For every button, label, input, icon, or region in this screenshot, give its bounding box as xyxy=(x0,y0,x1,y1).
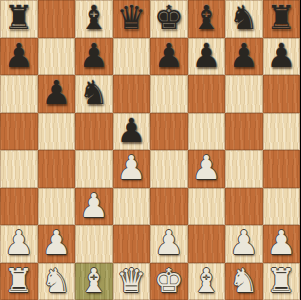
square-d7[interactable] xyxy=(113,38,151,76)
piece-white-pawn: ♟ xyxy=(116,151,146,184)
square-b6[interactable]: ♟ xyxy=(38,75,76,113)
square-f6[interactable] xyxy=(188,75,226,113)
square-c8[interactable]: ♝ xyxy=(75,0,113,38)
square-h1[interactable]: ♜ xyxy=(263,263,301,300)
square-g4[interactable] xyxy=(225,150,263,188)
square-c1[interactable]: ♝ xyxy=(75,263,113,300)
square-e4[interactable] xyxy=(150,150,188,188)
square-b8[interactable] xyxy=(38,0,76,38)
square-h6[interactable] xyxy=(263,75,301,113)
piece-white-pawn: ♟ xyxy=(229,226,259,259)
piece-black-pawn: ♟ xyxy=(116,114,146,147)
square-c7[interactable]: ♟ xyxy=(75,38,113,76)
piece-black-pawn: ♟ xyxy=(191,39,221,72)
piece-black-pawn: ♟ xyxy=(266,39,296,72)
piece-black-pawn: ♟ xyxy=(41,76,71,109)
square-h7[interactable]: ♟ xyxy=(263,38,301,76)
chess-board: ♜♝♛♚♝♞♜♟♟♟♟♟♟♟♞♟♟♟♟♟♟♟♟♟♜♞♝♛♚♝♞♜ xyxy=(0,0,300,300)
square-c3[interactable]: ♟ xyxy=(75,188,113,226)
square-e3[interactable] xyxy=(150,188,188,226)
square-b4[interactable] xyxy=(38,150,76,188)
piece-white-pawn: ♟ xyxy=(191,151,221,184)
square-d3[interactable] xyxy=(113,188,151,226)
square-h8[interactable]: ♜ xyxy=(263,0,301,38)
piece-white-bishop: ♝ xyxy=(191,264,221,297)
square-b7[interactable] xyxy=(38,38,76,76)
piece-black-pawn: ♟ xyxy=(79,39,109,72)
square-e5[interactable] xyxy=(150,113,188,151)
square-e7[interactable]: ♟ xyxy=(150,38,188,76)
square-h4[interactable] xyxy=(263,150,301,188)
piece-black-bishop: ♝ xyxy=(191,1,221,34)
square-g6[interactable] xyxy=(225,75,263,113)
square-c6[interactable]: ♞ xyxy=(75,75,113,113)
piece-black-pawn: ♟ xyxy=(154,39,184,72)
square-a7[interactable]: ♟ xyxy=(0,38,38,76)
square-d1[interactable]: ♛ xyxy=(113,263,151,300)
square-b5[interactable] xyxy=(38,113,76,151)
piece-black-rook: ♜ xyxy=(266,1,296,34)
square-c5[interactable] xyxy=(75,113,113,151)
piece-white-pawn: ♟ xyxy=(154,226,184,259)
square-h3[interactable] xyxy=(263,188,301,226)
square-a5[interactable] xyxy=(0,113,38,151)
square-b1[interactable]: ♞ xyxy=(38,263,76,300)
square-g1[interactable]: ♞ xyxy=(225,263,263,300)
piece-black-knight: ♞ xyxy=(79,76,109,109)
square-c2[interactable] xyxy=(75,225,113,263)
piece-white-knight: ♞ xyxy=(229,264,259,297)
piece-black-rook: ♜ xyxy=(4,1,34,34)
square-f4[interactable]: ♟ xyxy=(188,150,226,188)
square-f1[interactable]: ♝ xyxy=(188,263,226,300)
square-f2[interactable] xyxy=(188,225,226,263)
piece-black-king: ♚ xyxy=(154,1,184,34)
square-d4[interactable]: ♟ xyxy=(113,150,151,188)
piece-white-bishop: ♝ xyxy=(79,264,109,297)
square-c4[interactable] xyxy=(75,150,113,188)
square-g2[interactable]: ♟ xyxy=(225,225,263,263)
piece-white-pawn: ♟ xyxy=(4,226,34,259)
square-f3[interactable] xyxy=(188,188,226,226)
piece-black-bishop: ♝ xyxy=(79,1,109,34)
piece-black-queen: ♛ xyxy=(116,1,146,34)
piece-white-king: ♚ xyxy=(154,264,184,297)
chess-app: ♜♝♛♚♝♞♜♟♟♟♟♟♟♟♞♟♟♟♟♟♟♟♟♟♜♞♝♛♚♝♞♜ xyxy=(0,0,300,300)
piece-white-pawn: ♟ xyxy=(79,189,109,222)
square-a6[interactable] xyxy=(0,75,38,113)
square-d5[interactable]: ♟ xyxy=(113,113,151,151)
square-g5[interactable] xyxy=(225,113,263,151)
square-g3[interactable] xyxy=(225,188,263,226)
square-d2[interactable] xyxy=(113,225,151,263)
piece-white-rook: ♜ xyxy=(4,264,34,297)
piece-white-knight: ♞ xyxy=(41,264,71,297)
square-d6[interactable] xyxy=(113,75,151,113)
square-b2[interactable]: ♟ xyxy=(38,225,76,263)
piece-black-knight: ♞ xyxy=(229,1,259,34)
piece-black-pawn: ♟ xyxy=(4,39,34,72)
square-a1[interactable]: ♜ xyxy=(0,263,38,300)
square-f8[interactable]: ♝ xyxy=(188,0,226,38)
piece-white-pawn: ♟ xyxy=(266,226,296,259)
square-e8[interactable]: ♚ xyxy=(150,0,188,38)
square-g7[interactable]: ♟ xyxy=(225,38,263,76)
piece-black-pawn: ♟ xyxy=(229,39,259,72)
square-e1[interactable]: ♚ xyxy=(150,263,188,300)
square-e6[interactable] xyxy=(150,75,188,113)
square-g8[interactable]: ♞ xyxy=(225,0,263,38)
square-f5[interactable] xyxy=(188,113,226,151)
square-a8[interactable]: ♜ xyxy=(0,0,38,38)
square-a2[interactable]: ♟ xyxy=(0,225,38,263)
piece-white-pawn: ♟ xyxy=(41,226,71,259)
square-h2[interactable]: ♟ xyxy=(263,225,301,263)
square-e2[interactable]: ♟ xyxy=(150,225,188,263)
square-a4[interactable] xyxy=(0,150,38,188)
piece-white-rook: ♜ xyxy=(266,264,296,297)
square-d8[interactable]: ♛ xyxy=(113,0,151,38)
square-h5[interactable] xyxy=(263,113,301,151)
square-f7[interactable]: ♟ xyxy=(188,38,226,76)
piece-white-queen: ♛ xyxy=(116,264,146,297)
square-a3[interactable] xyxy=(0,188,38,226)
square-b3[interactable] xyxy=(38,188,76,226)
